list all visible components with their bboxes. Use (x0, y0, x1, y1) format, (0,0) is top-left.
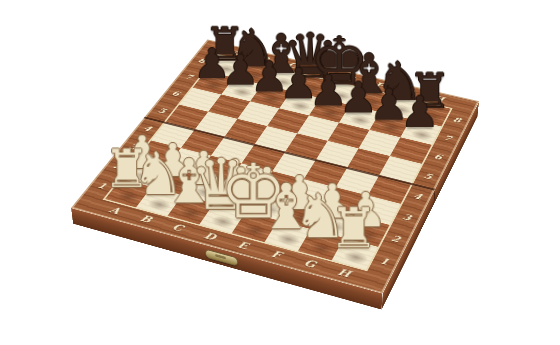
chess-set-scene: AABBCCDDEEFFGGHH1122334455667788♜♞♝♛♚♝♞♜… (71, 40, 479, 294)
photo-background: { "scene": { "description": "Wooden fold… (0, 0, 560, 345)
case-side-seam (433, 188, 435, 206)
piece-glyph-black-pawn: ♟ (381, 91, 460, 134)
board-face: AABBCCDDEEFFGGHH1122334455667788♜♞♝♛♚♝♞♜… (71, 40, 479, 294)
piece-glyph-white-rook: ♜ (310, 201, 398, 256)
